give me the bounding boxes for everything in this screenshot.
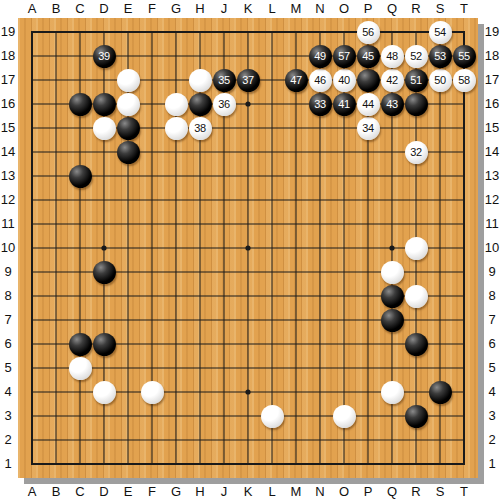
stone-white-P16[interactable]: 44 xyxy=(357,93,380,116)
move-number-53: 53 xyxy=(434,51,445,62)
coord-label-top-Q: Q xyxy=(380,0,404,17)
stone-black-N16[interactable]: 33 xyxy=(309,93,332,116)
coord-label-top-G: G xyxy=(164,0,188,17)
stone-white-O3[interactable] xyxy=(333,405,356,428)
stone-white-F4[interactable] xyxy=(141,381,164,404)
stone-black-R16[interactable] xyxy=(405,93,428,116)
stone-white-R8[interactable] xyxy=(405,285,428,308)
coord-label-top-O: O xyxy=(332,0,356,17)
coord-label-top-E: E xyxy=(116,0,140,17)
coord-label-bottom-E: E xyxy=(116,483,140,500)
stone-black-C16[interactable] xyxy=(69,93,92,116)
stone-black-D16[interactable] xyxy=(93,93,116,116)
coord-label-top-P: P xyxy=(356,0,380,17)
stone-white-C5[interactable] xyxy=(69,357,92,380)
stone-black-Q8[interactable] xyxy=(381,285,404,308)
coord-label-left-10: 10 xyxy=(0,236,16,260)
stone-black-P18[interactable]: 45 xyxy=(357,45,380,68)
coord-label-bottom-J: J xyxy=(212,483,236,500)
coord-label-right-6: 6 xyxy=(484,332,500,356)
coord-label-bottom-G: G xyxy=(164,483,188,500)
move-number-58: 58 xyxy=(458,75,469,86)
stone-black-E15[interactable] xyxy=(117,117,140,140)
coord-label-bottom-C: C xyxy=(68,483,92,500)
stone-white-S17[interactable]: 50 xyxy=(429,69,452,92)
coord-label-left-19: 19 xyxy=(0,20,16,44)
move-number-49: 49 xyxy=(314,51,325,62)
coord-label-bottom-N: N xyxy=(308,483,332,500)
stone-white-H15[interactable]: 38 xyxy=(189,117,212,140)
stone-black-Q7[interactable] xyxy=(381,309,404,332)
coord-label-right-8: 8 xyxy=(484,284,500,308)
coord-label-top-M: M xyxy=(284,0,308,17)
move-number-46: 46 xyxy=(314,75,325,86)
stone-black-R6[interactable] xyxy=(405,333,428,356)
stone-black-D9[interactable] xyxy=(93,261,116,284)
coord-label-top-R: R xyxy=(404,0,428,17)
stone-white-D15[interactable] xyxy=(93,117,116,140)
coord-label-bottom-P: P xyxy=(356,483,380,500)
stone-white-E17[interactable] xyxy=(117,69,140,92)
stone-white-P19[interactable]: 56 xyxy=(357,21,380,44)
move-number-52: 52 xyxy=(410,51,421,62)
coord-label-bottom-Q: Q xyxy=(380,483,404,500)
stone-white-Q17[interactable]: 42 xyxy=(381,69,404,92)
go-board[interactable]: 3233343536373839404142434445464748495051… xyxy=(18,18,478,478)
coord-label-bottom-B: B xyxy=(44,483,68,500)
coord-label-bottom-A: A xyxy=(20,483,44,500)
move-number-47: 47 xyxy=(290,75,301,86)
stone-white-R18[interactable]: 52 xyxy=(405,45,428,68)
stone-white-J16[interactable]: 36 xyxy=(213,93,236,116)
coord-label-left-15: 15 xyxy=(0,116,16,140)
coord-label-right-19: 19 xyxy=(484,20,500,44)
coord-label-left-5: 5 xyxy=(0,356,16,380)
coord-label-top-B: B xyxy=(44,0,68,17)
coord-label-left-17: 17 xyxy=(0,68,16,92)
coord-label-left-4: 4 xyxy=(0,380,16,404)
coord-label-right-13: 13 xyxy=(484,164,500,188)
stone-white-T17[interactable]: 58 xyxy=(453,69,476,92)
move-number-54: 54 xyxy=(434,27,445,38)
stone-black-N18[interactable]: 49 xyxy=(309,45,332,68)
coord-label-left-16: 16 xyxy=(0,92,16,116)
coord-label-top-C: C xyxy=(68,0,92,17)
coord-label-top-A: A xyxy=(20,0,44,17)
move-number-37: 37 xyxy=(242,75,253,86)
coord-label-top-D: D xyxy=(92,0,116,17)
coord-label-right-5: 5 xyxy=(484,356,500,380)
stone-black-H16[interactable] xyxy=(189,93,212,116)
move-number-45: 45 xyxy=(362,51,373,62)
stone-white-E16[interactable] xyxy=(117,93,140,116)
stone-white-O17[interactable]: 40 xyxy=(333,69,356,92)
coord-label-left-12: 12 xyxy=(0,188,16,212)
move-number-36: 36 xyxy=(218,99,229,110)
move-number-56: 56 xyxy=(362,27,373,38)
coord-label-bottom-T: T xyxy=(452,483,476,500)
stone-black-D18[interactable]: 39 xyxy=(93,45,116,68)
move-number-50: 50 xyxy=(434,75,445,86)
move-number-57: 57 xyxy=(338,51,349,62)
coord-label-right-17: 17 xyxy=(484,68,500,92)
stone-white-H17[interactable] xyxy=(189,69,212,92)
coord-label-right-15: 15 xyxy=(484,116,500,140)
stone-layer: 3233343536373839404142434445464748495051… xyxy=(20,20,476,476)
coord-label-left-3: 3 xyxy=(0,404,16,428)
go-diagram: 3233343536373839404142434445464748495051… xyxy=(0,0,500,500)
move-number-48: 48 xyxy=(386,51,397,62)
coord-label-left-18: 18 xyxy=(0,44,16,68)
coord-label-left-14: 14 xyxy=(0,140,16,164)
stone-black-O18[interactable]: 57 xyxy=(333,45,356,68)
coord-label-top-J: J xyxy=(212,0,236,17)
stone-white-S19[interactable]: 54 xyxy=(429,21,452,44)
move-number-32: 32 xyxy=(410,147,421,158)
move-number-39: 39 xyxy=(98,51,109,62)
stone-white-Q9[interactable] xyxy=(381,261,404,284)
stone-black-M17[interactable]: 47 xyxy=(285,69,308,92)
stone-black-Q16[interactable]: 43 xyxy=(381,93,404,116)
move-number-44: 44 xyxy=(362,99,373,110)
coord-label-right-4: 4 xyxy=(484,380,500,404)
coord-label-right-12: 12 xyxy=(484,188,500,212)
stone-black-S4[interactable] xyxy=(429,381,452,404)
stone-white-G16[interactable] xyxy=(165,93,188,116)
move-number-40: 40 xyxy=(338,75,349,86)
coord-label-right-14: 14 xyxy=(484,140,500,164)
coord-label-left-1: 1 xyxy=(0,452,16,476)
coord-label-top-H: H xyxy=(188,0,212,17)
coord-label-right-9: 9 xyxy=(484,260,500,284)
stone-white-N17[interactable]: 46 xyxy=(309,69,332,92)
coord-label-bottom-L: L xyxy=(260,483,284,500)
stone-black-S18[interactable]: 53 xyxy=(429,45,452,68)
coord-label-bottom-R: R xyxy=(404,483,428,500)
coord-label-right-11: 11 xyxy=(484,212,500,236)
move-number-34: 34 xyxy=(362,123,373,134)
stone-black-D6[interactable] xyxy=(93,333,116,356)
coord-label-top-F: F xyxy=(140,0,164,17)
coord-label-bottom-D: D xyxy=(92,483,116,500)
move-number-51: 51 xyxy=(410,75,421,86)
coord-label-left-11: 11 xyxy=(0,212,16,236)
stone-black-J17[interactable]: 35 xyxy=(213,69,236,92)
coord-label-left-6: 6 xyxy=(0,332,16,356)
coord-label-top-L: L xyxy=(260,0,284,17)
coord-label-bottom-O: O xyxy=(332,483,356,500)
move-number-42: 42 xyxy=(386,75,397,86)
coord-label-bottom-F: F xyxy=(140,483,164,500)
coord-label-left-8: 8 xyxy=(0,284,16,308)
stone-black-C6[interactable] xyxy=(69,333,92,356)
coord-label-top-T: T xyxy=(452,0,476,17)
coord-label-right-1: 1 xyxy=(484,452,500,476)
move-number-43: 43 xyxy=(386,99,397,110)
stone-black-E14[interactable] xyxy=(117,141,140,164)
move-number-35: 35 xyxy=(218,75,229,86)
coord-label-bottom-K: K xyxy=(236,483,260,500)
move-number-33: 33 xyxy=(314,99,325,110)
stone-white-Q4[interactable] xyxy=(381,381,404,404)
move-number-38: 38 xyxy=(194,123,205,134)
stone-black-T18[interactable]: 55 xyxy=(453,45,476,68)
coord-label-right-7: 7 xyxy=(484,308,500,332)
move-number-41: 41 xyxy=(338,99,349,110)
coord-label-left-9: 9 xyxy=(0,260,16,284)
coord-label-left-13: 13 xyxy=(0,164,16,188)
coord-label-left-7: 7 xyxy=(0,308,16,332)
coord-label-top-K: K xyxy=(236,0,260,17)
stone-white-Q18[interactable]: 48 xyxy=(381,45,404,68)
coord-label-left-2: 2 xyxy=(0,428,16,452)
coord-label-right-10: 10 xyxy=(484,236,500,260)
stone-black-C13[interactable] xyxy=(69,165,92,188)
stone-black-R17[interactable]: 51 xyxy=(405,69,428,92)
stone-black-R3[interactable] xyxy=(405,405,428,428)
stone-black-P17[interactable] xyxy=(357,69,380,92)
stone-white-G15[interactable] xyxy=(165,117,188,140)
coord-label-right-18: 18 xyxy=(484,44,500,68)
move-number-55: 55 xyxy=(458,51,469,62)
stone-white-R10[interactable] xyxy=(405,237,428,260)
stone-white-P15[interactable]: 34 xyxy=(357,117,380,140)
stone-white-L3[interactable] xyxy=(261,405,284,428)
coord-label-right-2: 2 xyxy=(484,428,500,452)
coord-label-right-3: 3 xyxy=(484,404,500,428)
coord-label-top-S: S xyxy=(428,0,452,17)
coord-label-right-16: 16 xyxy=(484,92,500,116)
coord-label-bottom-S: S xyxy=(428,483,452,500)
stone-white-R14[interactable]: 32 xyxy=(405,141,428,164)
stone-black-O16[interactable]: 41 xyxy=(333,93,356,116)
coord-label-bottom-M: M xyxy=(284,483,308,500)
stone-white-D4[interactable] xyxy=(93,381,116,404)
coord-label-bottom-H: H xyxy=(188,483,212,500)
coord-label-top-N: N xyxy=(308,0,332,17)
stone-black-K17[interactable]: 37 xyxy=(237,69,260,92)
